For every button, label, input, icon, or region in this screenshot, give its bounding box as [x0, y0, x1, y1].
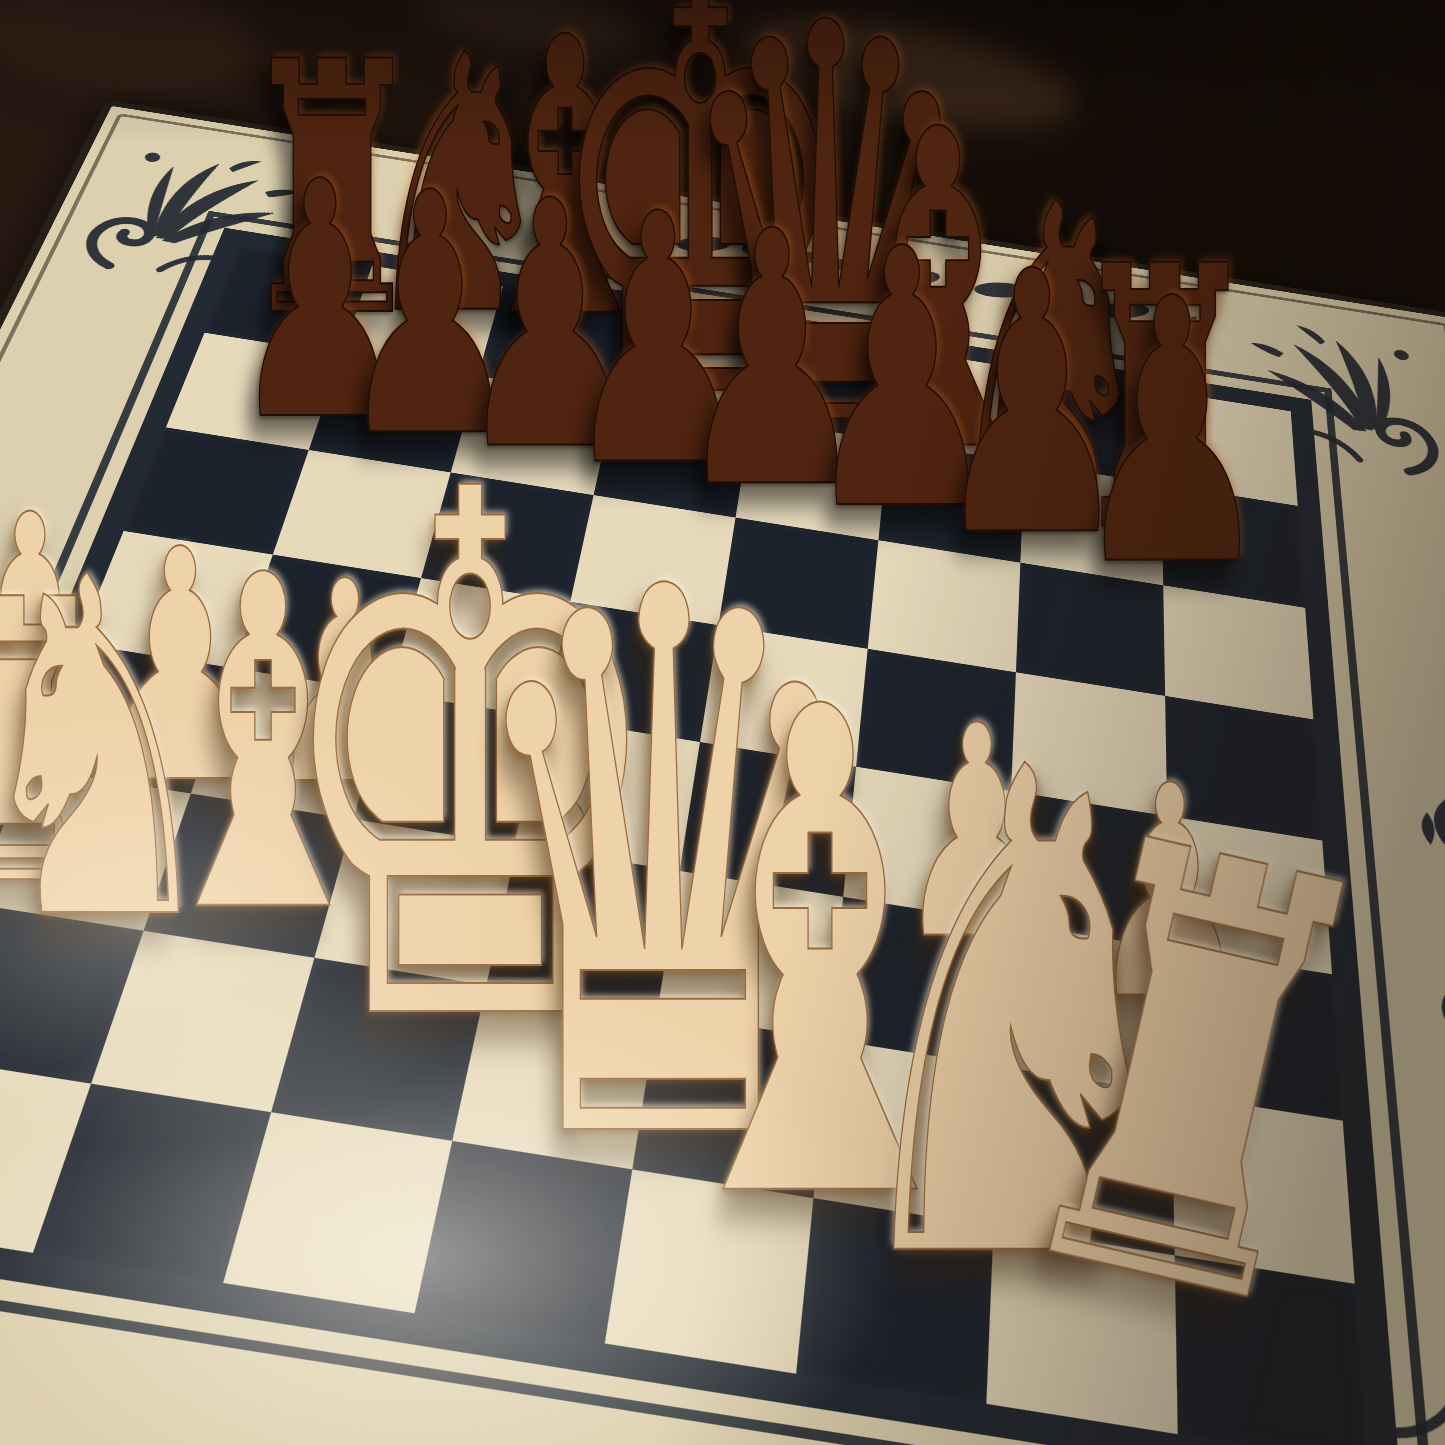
table-wood-grain-streak [0, 0, 266, 110]
photo-scene: ♜♞♝♚♛♝♞♜♟♟♟♟♟♟♟♟♟♜♟♞♟♝♟♚♛♝♟♞♟♜ [0, 0, 1445, 1445]
piece-white-knight-g1[interactable]: ♞ [0, 519, 225, 984]
piece-black-pawn-a7[interactable]: ♟ [1071, 251, 1273, 615]
